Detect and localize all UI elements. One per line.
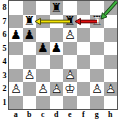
square-d2: ♟♙ (50, 82, 64, 96)
file-label-a: a (9, 109, 23, 120)
square-d8: ♜ (50, 1, 64, 15)
rank-label-5: 5 (0, 42, 9, 56)
square-f5 (77, 42, 91, 56)
black-rook: ♜ (23, 14, 37, 28)
square-g2: ♟♙ (90, 82, 104, 96)
file-label-g: g (90, 109, 104, 120)
square-e3: ♟♙ (63, 69, 77, 83)
square-f2 (77, 82, 91, 96)
white-pawn: ♙ (63, 28, 77, 42)
square-f6 (77, 28, 91, 42)
square-e6: ♟♙ (63, 28, 77, 42)
file-label-c: c (36, 109, 50, 120)
white-pawn: ♙ (63, 68, 77, 82)
square-b7: ♜ (23, 15, 37, 29)
black-pawn: ♟ (23, 28, 37, 42)
square-h1 (104, 96, 118, 110)
square-f1 (77, 96, 91, 110)
black-pawn: ♟ (9, 28, 23, 42)
square-b1 (23, 96, 37, 110)
file-label-b: b (23, 109, 37, 120)
square-a2: ♟♙ (9, 82, 23, 96)
square-h5 (104, 42, 118, 56)
square-a1 (9, 96, 23, 110)
square-c2: ♟♙ (36, 82, 50, 96)
square-f7 (77, 15, 91, 29)
square-b2 (23, 82, 37, 96)
white-pawn: ♙ (36, 82, 50, 96)
square-f3 (77, 69, 91, 83)
square-g7: ♜♖ (90, 15, 104, 29)
square-h4 (104, 55, 118, 69)
white-pawn: ♙ (50, 82, 64, 96)
square-a3 (9, 69, 23, 83)
square-e1 (63, 96, 77, 110)
rank-label-6: 6 (0, 28, 9, 42)
black-pawn: ♟ (50, 41, 64, 55)
rank-label-4: 4 (0, 55, 9, 69)
square-b5 (23, 42, 37, 56)
square-c4 (36, 55, 50, 69)
square-b6: ♟ (23, 28, 37, 42)
file-labels: abcdefgh (9, 109, 117, 120)
square-b3: ♟♙ (23, 69, 37, 83)
black-rook: ♜ (63, 14, 77, 28)
black-rook: ♜ (50, 1, 64, 15)
square-d5: ♟ (50, 42, 64, 56)
square-a7 (9, 15, 23, 29)
square-e7: ♜ (63, 15, 77, 29)
square-f8 (77, 1, 91, 15)
square-g1 (90, 96, 104, 110)
white-rook: ♖ (90, 14, 104, 28)
square-c3 (36, 69, 50, 83)
square-d4 (50, 55, 64, 69)
square-h8 (104, 1, 118, 15)
square-a8 (9, 1, 23, 15)
square-g6 (90, 28, 104, 42)
rank-label-1: 1 (0, 96, 9, 110)
square-e5 (63, 42, 77, 56)
rank-labels: 87654321 (0, 1, 9, 109)
square-h2: ♟♙ (104, 82, 118, 96)
black-pawn: ♟ (36, 41, 50, 55)
square-c7 (36, 15, 50, 29)
square-d1 (50, 96, 64, 110)
square-h7 (104, 15, 118, 29)
square-c1 (36, 96, 50, 110)
square-a4 (9, 55, 23, 69)
white-pawn: ♙ (90, 82, 104, 96)
rank-label-7: 7 (0, 15, 9, 29)
white-pawn: ♙ (23, 68, 37, 82)
white-pawn: ♙ (104, 82, 118, 96)
file-label-d: d (50, 109, 64, 120)
rank-label-3: 3 (0, 69, 9, 83)
square-d3 (50, 69, 64, 83)
file-label-f: f (77, 109, 91, 120)
square-c8 (36, 1, 50, 15)
chess-board: ♜♜♜♜♖♟♟♟♙♟♟♟♙♟♙♟♙♟♙♟♙♚♔♟♙♟♙ (9, 1, 117, 109)
square-g4 (90, 55, 104, 69)
file-label-e: e (63, 109, 77, 120)
rank-label-8: 8 (0, 1, 9, 15)
rank-label-2: 2 (0, 82, 9, 96)
square-h6 (104, 28, 118, 42)
square-h3 (104, 69, 118, 83)
chess-diagram: 87654321 ♜♜♜♜♖♟♟♟♙♟♟♟♙♟♙♟♙♟♙♟♙♚♔♟♙♟♙ abc… (0, 0, 120, 120)
square-a6: ♟ (9, 28, 23, 42)
square-g3 (90, 69, 104, 83)
square-a5 (9, 42, 23, 56)
white-king: ♔ (63, 82, 77, 96)
white-pawn: ♙ (9, 82, 23, 96)
square-d7 (50, 15, 64, 29)
file-label-h: h (104, 109, 118, 120)
square-f4 (77, 55, 91, 69)
square-c5: ♟ (36, 42, 50, 56)
square-e2: ♚♔ (63, 82, 77, 96)
square-g5 (90, 42, 104, 56)
